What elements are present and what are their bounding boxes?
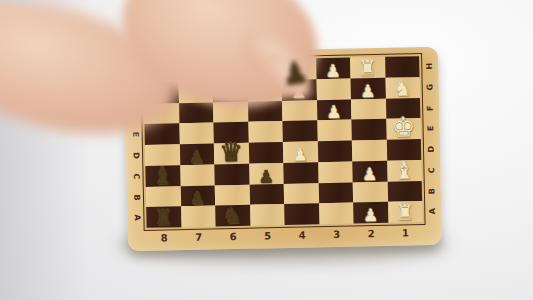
square-b1[interactable]	[387, 181, 422, 202]
coord-label-D: D	[126, 147, 147, 163]
white-rook-a1[interactable]: ♜	[395, 202, 414, 223]
coord-label-E: E	[420, 120, 441, 136]
coord-label-H: H	[419, 58, 440, 74]
coord-label-8: 8	[147, 230, 182, 247]
white-king-e1[interactable]: ♚	[391, 113, 416, 141]
coord-label-C: C	[126, 168, 147, 184]
square-f2[interactable]	[351, 98, 386, 119]
coord-label-4: 4	[285, 227, 320, 244]
square-c1[interactable]: ♝	[387, 160, 422, 181]
square-d7[interactable]: ♟	[179, 143, 214, 164]
coord-label-C: C	[421, 162, 442, 178]
square-b8[interactable]	[146, 186, 181, 207]
square-c4[interactable]	[283, 162, 318, 183]
square-g2[interactable]: ♟	[351, 78, 386, 99]
square-h3[interactable]: ♟	[316, 58, 351, 79]
square-a2[interactable]: ♟	[353, 202, 388, 223]
square-c7[interactable]	[180, 164, 215, 185]
square-f3[interactable]: ♟	[316, 99, 351, 120]
coord-label-3: 3	[319, 227, 354, 244]
white-bishop-c1[interactable]: ♝	[394, 159, 415, 182]
square-d6[interactable]: ♛	[214, 143, 249, 164]
square-a8[interactable]: ♜	[146, 206, 181, 227]
white-pawn-d4[interactable]: ♟	[293, 146, 309, 163]
coord-label-A: A	[127, 209, 148, 225]
square-c8[interactable]: ♝	[145, 165, 180, 186]
square-b5[interactable]	[249, 183, 284, 204]
square-e8[interactable]	[144, 123, 179, 144]
black-pawn-d7[interactable]: ♟	[189, 148, 205, 165]
square-e2[interactable]	[351, 119, 386, 140]
file-labels-right: HGFEDCBA	[421, 56, 440, 222]
square-f4[interactable]	[282, 100, 317, 121]
coord-label-A: A	[422, 203, 443, 219]
square-a7[interactable]	[181, 206, 216, 227]
square-d5[interactable]	[248, 142, 283, 163]
square-b7[interactable]: ♟	[180, 185, 215, 206]
black-queen-d6[interactable]: ♛	[219, 139, 243, 165]
white-pawn-h3[interactable]: ♟	[325, 63, 341, 80]
square-a6[interactable]: ♞	[215, 205, 250, 226]
coord-label-B: B	[126, 189, 147, 205]
square-h1[interactable]	[385, 56, 420, 77]
photo-scene: ♟♜♝♟♞♟♚♟♛♟♝♟♟♝♟♜♞♟♜ 87654321 HGFEDCBA HG…	[0, 0, 533, 300]
held-black-piece[interactable]: ♟	[280, 56, 311, 89]
coord-label-1: 1	[388, 225, 423, 242]
square-e3[interactable]	[317, 120, 352, 141]
coord-label-G: G	[419, 79, 440, 95]
white-pawn-c2[interactable]: ♟	[362, 166, 378, 183]
square-b4[interactable]	[284, 183, 319, 204]
square-b3[interactable]	[318, 182, 353, 203]
coord-label-2: 2	[354, 226, 389, 243]
coord-label-5: 5	[250, 228, 285, 245]
square-d2[interactable]	[352, 140, 387, 161]
black-knight-a6[interactable]: ♞	[223, 206, 242, 227]
square-f7[interactable]	[179, 102, 214, 123]
square-c5[interactable]: ♟	[249, 163, 284, 184]
rank-labels-bottom: 87654321	[147, 225, 423, 247]
coord-label-D: D	[420, 141, 441, 157]
square-e7[interactable]	[179, 123, 214, 144]
coord-label-B: B	[421, 183, 442, 199]
square-b2[interactable]	[353, 181, 388, 202]
square-e1[interactable]: ♚	[386, 118, 421, 139]
square-b6[interactable]	[215, 184, 250, 205]
white-knight-g1[interactable]: ♞	[393, 78, 412, 99]
black-bishop-c8[interactable]: ♝	[152, 164, 173, 187]
coord-label-7: 7	[181, 229, 216, 246]
square-a5[interactable]	[250, 204, 285, 225]
square-a4[interactable]	[284, 204, 319, 225]
square-d4[interactable]: ♟	[283, 141, 318, 162]
black-rook-a8[interactable]: ♜	[154, 207, 173, 228]
square-c6[interactable]	[214, 163, 249, 184]
black-pawn-b7[interactable]: ♟	[190, 190, 206, 207]
square-g3[interactable]	[316, 78, 351, 99]
white-rook-h2[interactable]: ♜	[358, 58, 377, 79]
square-e5[interactable]	[248, 121, 283, 142]
square-e4[interactable]	[282, 121, 317, 142]
white-pawn-f3[interactable]: ♟	[326, 104, 342, 121]
square-a3[interactable]	[319, 203, 354, 224]
square-a1[interactable]: ♜	[388, 201, 423, 222]
coord-label-6: 6	[216, 229, 251, 246]
coord-label-F: F	[420, 100, 441, 116]
square-g1[interactable]: ♞	[385, 77, 420, 98]
square-c3[interactable]	[318, 161, 353, 182]
white-pawn-a2[interactable]: ♟	[363, 207, 379, 224]
square-h2[interactable]: ♜	[350, 57, 385, 78]
white-pawn-g2[interactable]: ♟	[360, 83, 376, 100]
square-c2[interactable]: ♟	[352, 161, 387, 182]
black-pawn-c5[interactable]: ♟	[259, 168, 275, 185]
square-d3[interactable]	[317, 141, 352, 162]
